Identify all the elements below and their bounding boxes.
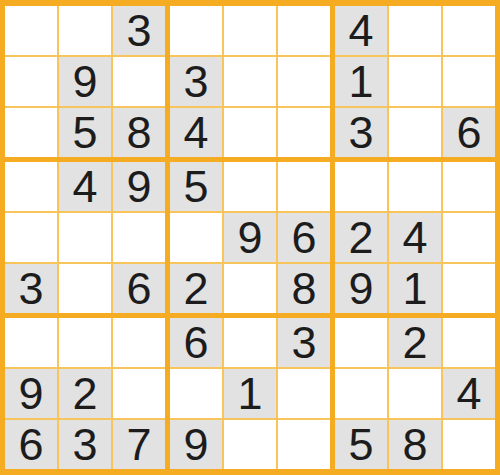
sudoku-cell-r3c5-empty[interactable] [224,108,276,157]
sudoku-cell-r8c5-given: 1 [224,369,276,418]
sudoku-cell-r6c8-given: 1 [389,264,441,313]
sudoku-cell-r6c9-empty[interactable] [443,264,495,313]
sudoku-cell-r3c6-empty[interactable] [278,108,330,157]
sudoku-cell-r9c4-given: 9 [170,420,222,469]
sudoku-box-1-2: 34 [170,6,330,157]
sudoku-cell-r8c8-empty[interactable] [389,369,441,418]
sudoku-cell-r3c8-empty[interactable] [389,108,441,157]
sudoku-cell-r9c8-given: 8 [389,420,441,469]
sudoku-box-1-1: 3958 [5,6,165,157]
sudoku-cell-r1c8-empty[interactable] [389,6,441,55]
sudoku-cell-r3c4-given: 4 [170,108,222,157]
sudoku-cell-r3c9-given: 6 [443,108,495,157]
sudoku-cell-r3c2-given: 5 [59,108,111,157]
sudoku-cell-r7c3-empty[interactable] [113,318,165,367]
sudoku-cell-r7c4-given: 6 [170,318,222,367]
sudoku-cell-r2c1-empty[interactable] [5,57,57,106]
sudoku-cell-r5c4-empty[interactable] [170,213,222,262]
sudoku-box-3-1: 92637 [5,318,165,469]
sudoku-cell-r4c9-empty[interactable] [443,162,495,211]
sudoku-cell-r7c7-empty[interactable] [335,318,387,367]
sudoku-cell-r6c1-given: 3 [5,264,57,313]
sudoku-cell-r7c6-given: 3 [278,318,330,367]
sudoku-cell-r6c2-empty[interactable] [59,264,111,313]
sudoku-cell-r5c8-given: 4 [389,213,441,262]
sudoku-cell-r7c9-empty[interactable] [443,318,495,367]
sudoku-cell-r8c1-given: 9 [5,369,57,418]
sudoku-box-3-3: 2458 [335,318,495,469]
sudoku-cell-r5c7-given: 2 [335,213,387,262]
sudoku-cell-r2c9-empty[interactable] [443,57,495,106]
sudoku-cell-r1c5-empty[interactable] [224,6,276,55]
sudoku-cell-r4c7-empty[interactable] [335,162,387,211]
sudoku-cell-r8c6-empty[interactable] [278,369,330,418]
sudoku-cell-r4c5-empty[interactable] [224,162,276,211]
sudoku-cell-r5c2-empty[interactable] [59,213,111,262]
sudoku-cell-r9c5-empty[interactable] [224,420,276,469]
sudoku-box-1-3: 4136 [335,6,495,157]
sudoku-cell-r6c4-given: 2 [170,264,222,313]
sudoku-cell-r6c5-empty[interactable] [224,264,276,313]
sudoku-cell-r9c6-empty[interactable] [278,420,330,469]
sudoku-cell-r8c3-empty[interactable] [113,369,165,418]
sudoku-cell-r2c6-empty[interactable] [278,57,330,106]
sudoku-cell-r5c9-empty[interactable] [443,213,495,262]
sudoku-cell-r1c3-given: 3 [113,6,165,55]
sudoku-cell-r9c1-given: 6 [5,420,57,469]
sudoku-cell-r1c7-given: 4 [335,6,387,55]
sudoku-cell-r7c1-empty[interactable] [5,318,57,367]
sudoku-cell-r4c6-empty[interactable] [278,162,330,211]
sudoku-cell-r6c6-given: 8 [278,264,330,313]
sudoku-cell-r7c5-empty[interactable] [224,318,276,367]
sudoku-cell-r5c1-empty[interactable] [5,213,57,262]
sudoku-cell-r5c5-given: 9 [224,213,276,262]
sudoku-cell-r1c1-empty[interactable] [5,6,57,55]
sudoku-cell-r9c7-given: 5 [335,420,387,469]
sudoku-cell-r5c3-empty[interactable] [113,213,165,262]
sudoku-cell-r4c1-empty[interactable] [5,162,57,211]
sudoku-cell-r8c4-empty[interactable] [170,369,222,418]
sudoku-cell-r7c2-empty[interactable] [59,318,111,367]
sudoku-cell-r6c3-given: 6 [113,264,165,313]
sudoku-box-2-3: 2491 [335,162,495,313]
sudoku-cell-r1c2-empty[interactable] [59,6,111,55]
sudoku-cell-r9c2-given: 3 [59,420,111,469]
sudoku-cell-r7c8-given: 2 [389,318,441,367]
sudoku-cell-r2c3-empty[interactable] [113,57,165,106]
sudoku-cell-r1c4-empty[interactable] [170,6,222,55]
sudoku-cell-r4c3-given: 9 [113,162,165,211]
sudoku-box-2-1: 4936 [5,162,165,313]
sudoku-cell-r3c7-given: 3 [335,108,387,157]
sudoku-cell-r2c7-given: 1 [335,57,387,106]
sudoku-cell-r4c8-empty[interactable] [389,162,441,211]
sudoku-cell-r9c3-given: 7 [113,420,165,469]
sudoku-cell-r9c9-empty[interactable] [443,420,495,469]
sudoku-cell-r4c4-given: 5 [170,162,222,211]
sudoku-cell-r3c1-empty[interactable] [5,108,57,157]
sudoku-cell-r4c2-given: 4 [59,162,111,211]
sudoku-cell-r8c2-given: 2 [59,369,111,418]
sudoku-box-2-2: 59628 [170,162,330,313]
sudoku-cell-r6c7-given: 9 [335,264,387,313]
sudoku-cell-r8c7-empty[interactable] [335,369,387,418]
sudoku-cell-r1c9-empty[interactable] [443,6,495,55]
sudoku-board: 395834413649365962824919263763192458 [0,0,500,475]
sudoku-cell-r2c5-empty[interactable] [224,57,276,106]
sudoku-cell-r8c9-given: 4 [443,369,495,418]
sudoku-cell-r2c2-given: 9 [59,57,111,106]
sudoku-cell-r1c6-empty[interactable] [278,6,330,55]
sudoku-cell-r5c6-given: 6 [278,213,330,262]
sudoku-cell-r3c3-given: 8 [113,108,165,157]
sudoku-cell-r2c8-empty[interactable] [389,57,441,106]
sudoku-cell-r2c4-given: 3 [170,57,222,106]
sudoku-box-3-2: 6319 [170,318,330,469]
